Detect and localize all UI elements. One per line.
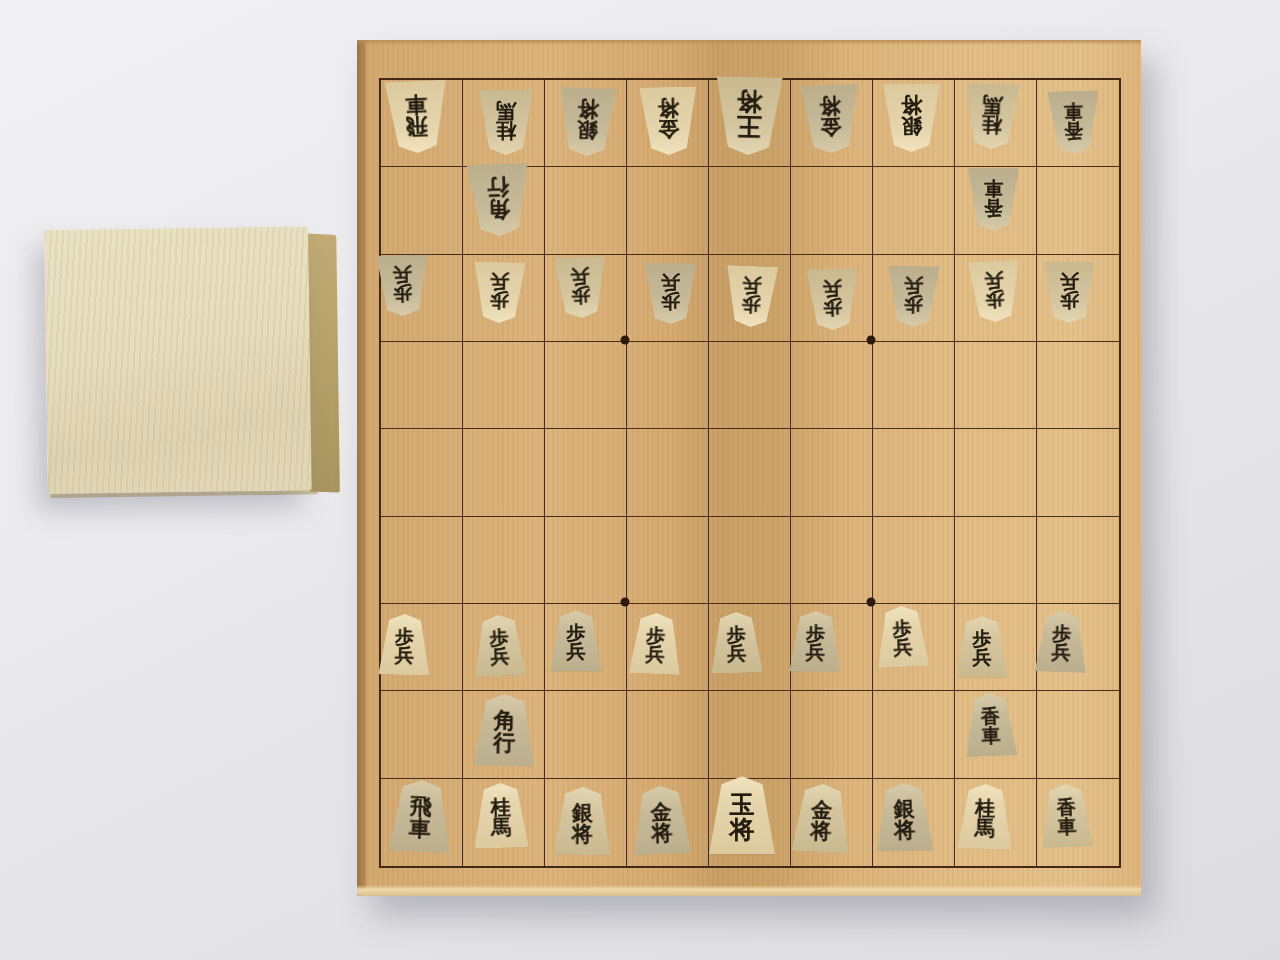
board-cell-r5c8[interactable] <box>955 429 1037 516</box>
piece-kanji: 歩兵 <box>570 266 591 305</box>
board-cell-r5c5[interactable] <box>709 429 791 516</box>
board-cell-r5c2[interactable] <box>463 429 545 516</box>
board-cell-r5c7[interactable] <box>873 429 955 516</box>
board-cell-r4c5[interactable] <box>709 342 791 429</box>
board-cell-r4c6[interactable] <box>791 342 873 429</box>
piece-kanji: 飛車 <box>408 796 432 841</box>
board-left-edge <box>357 40 367 896</box>
piece-kanji: 金将 <box>810 799 833 842</box>
board-cell-r8c5[interactable] <box>709 691 791 778</box>
board-cell-r5c3[interactable] <box>545 429 627 516</box>
board-cell-r8c4[interactable] <box>627 691 709 778</box>
board-cell-r4c9[interactable] <box>1037 342 1119 429</box>
board-cell-r2c7[interactable] <box>873 167 955 254</box>
board-bottom-edge <box>357 885 1141 896</box>
board-cell-r4c2[interactable] <box>463 342 545 429</box>
board-cell-r2c6[interactable] <box>791 167 873 254</box>
piece-kanji: 銀将 <box>576 99 599 142</box>
piece-kanji: 歩兵 <box>1051 624 1072 663</box>
piece-kanji: 香車 <box>984 178 1003 216</box>
piece-kanji: 歩兵 <box>392 265 412 303</box>
piece-kanji: 香車 <box>980 706 1001 745</box>
piece-kanji: 歩兵 <box>489 272 509 310</box>
board-cell-r4c3[interactable] <box>545 342 627 429</box>
piece-kanji: 歩兵 <box>567 623 586 661</box>
piece-kanji: 歩兵 <box>645 626 666 665</box>
piece-kanji: 香車 <box>1056 797 1077 836</box>
board-cell-r6c9[interactable] <box>1037 517 1119 604</box>
board-cell-r2c5[interactable] <box>709 167 791 254</box>
board-cell-r4c7[interactable] <box>873 342 955 429</box>
star-point <box>867 598 876 607</box>
board-cell-r8c3[interactable] <box>545 691 627 778</box>
board-cell-r6c4[interactable] <box>627 517 709 604</box>
board-cell-r8c7[interactable] <box>873 691 955 778</box>
piece-kanji: 玉将 <box>730 792 755 842</box>
star-point <box>867 336 876 345</box>
board-cell-r6c5[interactable] <box>709 517 791 604</box>
board-cell-r6c6[interactable] <box>791 517 873 604</box>
scene: 飛車桂馬銀将金将王将金将銀将桂馬香車角行香車歩兵歩兵歩兵歩兵歩兵歩兵歩兵歩兵歩兵… <box>0 0 1280 960</box>
board-cell-r2c1[interactable] <box>381 167 463 254</box>
piece-kanji: 香車 <box>1063 102 1083 140</box>
board-cell-r6c2[interactable] <box>463 517 545 604</box>
board-cell-r4c8[interactable] <box>955 342 1037 429</box>
board-cell-r6c1[interactable] <box>381 517 463 604</box>
board-cell-r6c7[interactable] <box>873 517 955 604</box>
piece-box-lid <box>44 226 312 494</box>
piece-kanji: 銀将 <box>893 798 915 840</box>
board-cell-r5c1[interactable] <box>381 429 463 516</box>
board-top-edge <box>357 40 1141 45</box>
board-cell-r8c6[interactable] <box>791 691 873 778</box>
piece-kanji: 歩兵 <box>661 273 680 311</box>
board-cell-r8c9[interactable] <box>1037 691 1119 778</box>
piece-kanji: 桂馬 <box>491 797 512 837</box>
piece-kanji: 歩兵 <box>903 276 923 314</box>
piece-kanji: 桂馬 <box>981 95 1003 136</box>
piece-kanji: 金将 <box>819 96 842 139</box>
piece-kanji: 歩兵 <box>726 625 746 663</box>
piece-kanji: 桂馬 <box>975 798 996 838</box>
piece-kanji: 角行 <box>486 176 510 221</box>
piece-kanji: 王将 <box>736 88 762 139</box>
piece-kanji: 歩兵 <box>984 270 1005 309</box>
piece-kanji: 飛車 <box>404 92 428 137</box>
board-cell-r6c3[interactable] <box>545 517 627 604</box>
piece-kanji: 金将 <box>657 98 679 140</box>
board-cell-r8c1[interactable] <box>381 691 463 778</box>
piece-kanji: 角行 <box>493 710 516 754</box>
piece-kanji: 金将 <box>650 801 673 844</box>
piece-kanji: 銀将 <box>901 95 922 137</box>
piece-kanji: 桂馬 <box>496 101 516 141</box>
board-cell-r4c4[interactable] <box>627 342 709 429</box>
piece-kanji: 歩兵 <box>1060 272 1079 310</box>
star-point <box>621 336 630 345</box>
star-point <box>621 598 630 607</box>
shogi-board: 飛車桂馬銀将金将王将金将銀将桂馬香車角行香車歩兵歩兵歩兵歩兵歩兵歩兵歩兵歩兵歩兵… <box>357 40 1141 896</box>
piece-kanji: 歩兵 <box>741 275 762 314</box>
board-cell-r2c4[interactable] <box>627 167 709 254</box>
board-cell-r6c8[interactable] <box>955 517 1037 604</box>
piece-kanji: 銀将 <box>571 802 593 844</box>
board-cell-r5c4[interactable] <box>627 429 709 516</box>
board-cell-r5c6[interactable] <box>791 429 873 516</box>
piece-box <box>44 222 340 498</box>
board-cell-r2c9[interactable] <box>1037 167 1119 254</box>
piece-kanji: 歩兵 <box>489 628 510 667</box>
piece-kanji: 歩兵 <box>822 279 842 317</box>
piece-kanji: 歩兵 <box>805 624 825 662</box>
board-cell-r4c1[interactable] <box>381 342 463 429</box>
board-cell-r2c3[interactable] <box>545 167 627 254</box>
piece-kanji: 歩兵 <box>973 629 992 667</box>
board-cell-r5c9[interactable] <box>1037 429 1119 516</box>
piece-kanji: 歩兵 <box>394 627 414 665</box>
piece-kanji: 歩兵 <box>892 619 913 658</box>
